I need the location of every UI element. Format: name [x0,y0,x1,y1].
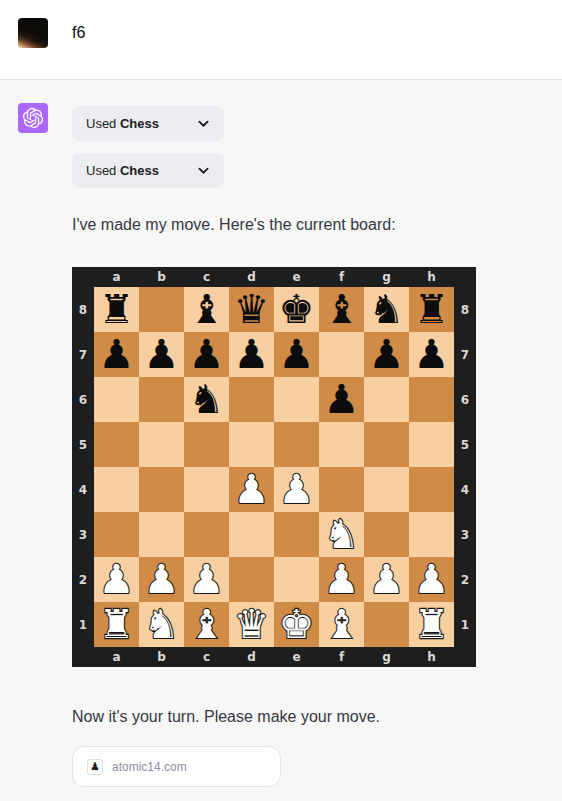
used-chess-plugin-button-1[interactable]: Used Chess [72,106,224,141]
square-f1: ♝ [319,602,364,647]
square-d7: ♟ [229,332,274,377]
white-rook: ♜ [414,604,450,644]
file-label-b-bottom: b [139,647,184,667]
square-a2: ♟ [94,557,139,602]
square-a3 [94,512,139,557]
file-label-b-top: b [139,267,184,287]
file-label-f-top: f [319,267,364,287]
file-label-g-bottom: g [364,647,409,667]
rank-label-3-right: 3 [454,512,476,557]
openai-logo-icon [22,107,44,129]
chess-board: abcdefgh8♜♝♛♚♝♞♜87♟♟♟♟♟♟♟76♞♟6554♟♟43♞32… [72,267,476,667]
black-pawn: ♟ [99,334,135,374]
assistant-intro-text: I've made my move. Here's the current bo… [72,213,476,237]
citation-domain: atomic14.com [112,760,187,774]
square-a8: ♜ [94,287,139,332]
black-knight: ♞ [189,379,225,419]
square-e7: ♟ [274,332,319,377]
rank-label-5-right: 5 [454,422,476,467]
square-c6: ♞ [184,377,229,422]
plugin-prefix: Used [86,116,120,131]
square-d2 [229,557,274,602]
white-pawn: ♟ [414,559,450,599]
file-label-h-bottom: h [409,647,454,667]
square-e1: ♚ [274,602,319,647]
square-b8 [139,287,184,332]
square-b6 [139,377,184,422]
file-label-h-top: h [409,267,454,287]
plugin-prefix: Used [86,163,120,178]
file-label-a-bottom: a [94,647,139,667]
rank-label-1-right: 1 [454,602,476,647]
square-e6 [274,377,319,422]
square-a6 [94,377,139,422]
rank-label-6-right: 6 [454,377,476,422]
square-g4 [364,467,409,512]
assistant-outro-text: Now it's your turn. Please make your mov… [72,705,476,729]
square-h7: ♟ [409,332,454,377]
square-e2 [274,557,319,602]
square-f4 [319,467,364,512]
square-d8: ♛ [229,287,274,332]
rank-label-7-left: 7 [72,332,94,377]
square-d6 [229,377,274,422]
chevron-down-icon [197,117,210,130]
rank-label-7-right: 7 [454,332,476,377]
file-label-c-bottom: c [184,647,229,667]
rank-label-8-left: 8 [72,287,94,332]
square-h4 [409,467,454,512]
black-pawn: ♟ [144,334,180,374]
rank-label-2-right: 2 [454,557,476,602]
white-pawn: ♟ [369,559,405,599]
user-avatar [18,18,48,48]
white-pawn: ♟ [144,559,180,599]
square-d4: ♟ [229,467,274,512]
black-rook: ♜ [99,289,135,329]
square-c3 [184,512,229,557]
square-g3 [364,512,409,557]
square-h6 [409,377,454,422]
square-a1: ♜ [94,602,139,647]
square-a4 [94,467,139,512]
file-label-f-bottom: f [319,647,364,667]
square-c8: ♝ [184,287,229,332]
square-a7: ♟ [94,332,139,377]
square-f5 [319,422,364,467]
square-e4: ♟ [274,467,319,512]
board-corner [454,647,476,667]
rank-label-2-left: 2 [72,557,94,602]
black-pawn: ♟ [279,334,315,374]
assistant-message-row: Used Chess Used Chess I've made my move.… [0,79,562,801]
square-f6: ♟ [319,377,364,422]
file-label-e-bottom: e [274,647,319,667]
rank-label-4-left: 4 [72,467,94,512]
black-pawn: ♟ [414,334,450,374]
assistant-content: Used Chess Used Chess I've made my move.… [72,103,476,801]
assistant-avatar [18,103,48,133]
file-label-e-top: e [274,267,319,287]
rank-label-4-right: 4 [454,467,476,512]
white-pawn: ♟ [189,559,225,599]
white-pawn: ♟ [324,559,360,599]
square-c5 [184,422,229,467]
citation-link[interactable]: ♟ atomic14.com [72,746,281,787]
square-b3 [139,512,184,557]
square-e5 [274,422,319,467]
square-f2: ♟ [319,557,364,602]
square-c2: ♟ [184,557,229,602]
square-f7 [319,332,364,377]
square-b1: ♞ [139,602,184,647]
square-d1: ♛ [229,602,274,647]
square-f8: ♝ [319,287,364,332]
board-corner [72,647,94,667]
white-pawn: ♟ [279,469,315,509]
rank-label-5-left: 5 [72,422,94,467]
white-bishop: ♝ [189,604,225,644]
square-h2: ♟ [409,557,454,602]
black-pawn: ♟ [189,334,225,374]
rank-label-6-left: 6 [72,377,94,422]
plugin-name: Chess [120,116,159,131]
square-a5 [94,422,139,467]
white-knight: ♞ [144,604,180,644]
rank-label-8-right: 8 [454,287,476,332]
square-h8: ♜ [409,287,454,332]
black-pawn: ♟ [324,379,360,419]
user-message-text: f6 [72,18,85,48]
plugin-name: Chess [120,163,159,178]
black-pawn: ♟ [234,334,270,374]
square-g5 [364,422,409,467]
square-f3: ♞ [319,512,364,557]
used-chess-plugin-button-2[interactable]: Used Chess [72,153,224,188]
chevron-down-icon [197,164,210,177]
black-queen: ♛ [234,289,270,329]
square-g7: ♟ [364,332,409,377]
black-bishop: ♝ [324,289,360,329]
black-king: ♚ [279,289,315,329]
white-queen: ♛ [234,604,270,644]
square-e8: ♚ [274,287,319,332]
square-b5 [139,422,184,467]
square-g2: ♟ [364,557,409,602]
white-king: ♚ [279,604,315,644]
black-pawn: ♟ [369,334,405,374]
white-rook: ♜ [99,604,135,644]
rank-label-3-left: 3 [72,512,94,557]
rank-label-1-left: 1 [72,602,94,647]
square-g1 [364,602,409,647]
file-label-g-top: g [364,267,409,287]
white-bishop: ♝ [324,604,360,644]
square-c4 [184,467,229,512]
square-c7: ♟ [184,332,229,377]
black-knight: ♞ [369,289,405,329]
file-label-a-top: a [94,267,139,287]
square-g6 [364,377,409,422]
square-h5 [409,422,454,467]
square-c1: ♝ [184,602,229,647]
file-label-c-top: c [184,267,229,287]
white-pawn: ♟ [99,559,135,599]
board-corner [454,267,476,287]
square-h3 [409,512,454,557]
square-h1: ♜ [409,602,454,647]
black-rook: ♜ [414,289,450,329]
square-b4 [139,467,184,512]
file-label-d-top: d [229,267,274,287]
square-g8: ♞ [364,287,409,332]
square-d5 [229,422,274,467]
pawn-favicon-icon: ♟ [87,759,103,775]
white-pawn: ♟ [234,469,270,509]
square-d3 [229,512,274,557]
user-message-row: f6 [0,0,562,79]
black-bishop: ♝ [189,289,225,329]
board-corner [72,267,94,287]
file-label-d-bottom: d [229,647,274,667]
square-e3 [274,512,319,557]
square-b7: ♟ [139,332,184,377]
square-b2: ♟ [139,557,184,602]
white-knight: ♞ [324,514,360,554]
